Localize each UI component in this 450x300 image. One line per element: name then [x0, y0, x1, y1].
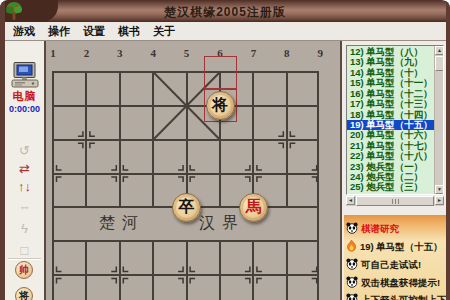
board-cell[interactable] — [119, 71, 152, 105]
panda-icon — [346, 293, 358, 300]
river-label-left: 楚河 — [99, 213, 145, 234]
board-cell[interactable] — [286, 71, 319, 105]
menu-settings[interactable]: 设置 — [83, 24, 105, 39]
column-label: 1 — [45, 47, 61, 59]
board-cell[interactable] — [52, 173, 85, 207]
info-line: 上下箭头可控制上下回合! — [346, 293, 446, 300]
move-list-item[interactable]: 13) 单马型（九） — [347, 57, 434, 67]
opening-list-box: 12) 单马型（八）13) 单马型（九）14) 单马型（十）15) 单马型（十一… — [346, 45, 444, 195]
board-cell[interactable] — [85, 274, 118, 300]
scroll-left-icon[interactable]: ◄ — [346, 196, 355, 205]
window-title: 楚汉棋缘2005注册版 — [0, 4, 450, 21]
board-cell[interactable] — [286, 240, 319, 274]
red-side-button[interactable]: 帅 — [15, 261, 33, 279]
panda-icon — [346, 258, 358, 272]
column-label: 9 — [312, 47, 328, 59]
board-cell[interactable] — [52, 71, 85, 105]
move-list-item[interactable]: 17) 单马型（十三） — [347, 99, 434, 109]
board-cell[interactable] — [152, 274, 185, 300]
info-line: 可自己走试试! — [346, 258, 421, 272]
rotate-icon[interactable]: ↺ — [5, 144, 44, 157]
move-list-item[interactable]: 22) 单马型（十八） — [347, 151, 434, 161]
board-cell[interactable] — [219, 274, 252, 300]
board-cell[interactable] — [286, 173, 319, 207]
horizontal-scrollbar[interactable]: ◄ ► — [346, 196, 444, 206]
piece-black-soldier[interactable]: 卒 — [172, 193, 201, 222]
board-cell[interactable] — [252, 105, 285, 139]
board-cell[interactable] — [286, 105, 319, 139]
board-cell[interactable] — [52, 105, 85, 139]
board-cell[interactable] — [186, 240, 219, 274]
board-cell[interactable] — [119, 240, 152, 274]
board-cell[interactable] — [219, 139, 252, 173]
menu-book[interactable]: 棋书 — [118, 24, 140, 39]
last-move-highlight — [204, 56, 237, 89]
move-list: 12) 单马型（八）13) 单马型（九）14) 单马型（十）15) 单马型（十一… — [347, 47, 434, 194]
info-line: 19) 单马型（十五） — [346, 240, 443, 254]
swap-sides-icon[interactable]: ⇄ — [5, 162, 44, 175]
board-cell[interactable] — [119, 105, 152, 139]
player-label: 电脑 — [5, 89, 44, 104]
board-icon[interactable]: □ — [5, 244, 44, 257]
board-cell[interactable] — [286, 274, 319, 300]
move-list-item[interactable]: 19) 单马型（十五） — [347, 120, 434, 130]
board-cell[interactable] — [186, 274, 219, 300]
quick-move-icon[interactable]: ϟ — [5, 222, 44, 235]
move-list-item[interactable]: 20) 单马型（十六） — [347, 130, 434, 140]
scroll-down-icon[interactable]: ▼ — [435, 185, 444, 194]
board-cell[interactable] — [252, 240, 285, 274]
scroll-thumb[interactable] — [435, 56, 444, 71]
board-cell[interactable] — [85, 105, 118, 139]
column-label: 4 — [145, 47, 161, 59]
board-cell[interactable] — [252, 71, 285, 105]
piece-black-general[interactable]: 将 — [206, 91, 235, 120]
board-cell[interactable] — [286, 206, 319, 240]
river-label-right: 汉界 — [199, 213, 245, 234]
piece-red-horse[interactable]: 馬 — [239, 193, 268, 222]
board-cell[interactable] — [119, 173, 152, 207]
board-cell[interactable] — [186, 139, 219, 173]
board-cell[interactable] — [152, 71, 185, 105]
study-info-panel: 棋谱研究19) 单马型（十五）可自己走试试!双击棋盘获得提示!上下箭头可控制上下… — [344, 215, 446, 300]
panda-icon — [346, 222, 358, 236]
move-list-item[interactable]: 21) 单马型（十七） — [347, 141, 434, 151]
black-side-button[interactable]: 将 — [15, 287, 33, 300]
game-timer: 0:00:00 — [5, 104, 44, 114]
vertical-scrollbar[interactable]: ▲ ▼ — [434, 46, 443, 194]
column-label: 2 — [78, 47, 94, 59]
board-cell[interactable] — [219, 240, 252, 274]
move-order-icon[interactable]: ↑↓ — [5, 180, 44, 193]
hint-icon[interactable]: ⇔ — [5, 200, 44, 213]
menu-about[interactable]: 关于 — [153, 24, 175, 39]
flame-icon — [346, 240, 357, 254]
info-text: 上下箭头可控制上下回合! — [361, 294, 446, 300]
app-window: 楚汉棋缘2005注册版 游戏 操作 设置 棋书 关于 电脑 0:00:00 ↺ … — [0, 0, 450, 300]
scroll-right-icon[interactable]: ► — [435, 196, 444, 205]
info-text: 19) 单马型（十五） — [360, 241, 443, 254]
toolbar-separator — [8, 258, 41, 260]
info-text: 双击棋盘获得提示! — [361, 277, 440, 290]
move-list-item[interactable]: 18) 单马型（十四） — [347, 110, 434, 120]
info-text: 棋谱研究 — [361, 223, 399, 236]
column-label: 8 — [279, 47, 295, 59]
board-cell[interactable] — [152, 139, 185, 173]
panda-icon — [346, 276, 358, 290]
board-cell[interactable] — [52, 139, 85, 173]
board-cell[interactable] — [85, 240, 118, 274]
title-bar[interactable]: 楚汉棋缘2005注册版 — [0, 0, 450, 22]
h-scroll-thumb[interactable] — [356, 196, 434, 206]
window-frame-right — [446, 0, 450, 300]
board-cell[interactable] — [52, 206, 85, 240]
move-list-item[interactable]: 23) 炮兵型（一） — [347, 162, 434, 172]
move-list-item[interactable]: 24) 炮兵型（二） — [347, 172, 434, 182]
move-list-item[interactable]: 25) 炮兵型（三） — [347, 182, 434, 192]
window-frame-left — [0, 0, 5, 300]
board-cell[interactable] — [152, 105, 185, 139]
board-cell[interactable] — [119, 274, 152, 300]
move-list-item[interactable]: 15) 单马型（十一） — [347, 78, 434, 88]
info-line: 棋谱研究 — [346, 222, 399, 236]
board-cell[interactable] — [85, 71, 118, 105]
board-cell[interactable] — [252, 139, 285, 173]
board-cell[interactable] — [85, 139, 118, 173]
column-label: 3 — [112, 47, 128, 59]
board-cell[interactable] — [52, 240, 85, 274]
scroll-up-icon[interactable]: ▲ — [435, 46, 444, 55]
board-cell[interactable] — [252, 274, 285, 300]
menu-action[interactable]: 操作 — [48, 24, 70, 39]
board-cell[interactable] — [52, 274, 85, 300]
board-cell[interactable] — [286, 139, 319, 173]
move-list-item[interactable]: 14) 单马型（十） — [347, 68, 434, 78]
board-grid — [52, 71, 319, 300]
column-label: 7 — [245, 47, 261, 59]
move-list-item[interactable]: 16) 单马型（十二） — [347, 89, 434, 99]
board-cell[interactable] — [119, 139, 152, 173]
menu-bar: 游戏 操作 设置 棋书 关于 — [0, 22, 450, 41]
menu-game[interactable]: 游戏 — [13, 24, 35, 39]
info-line: 双击棋盘获得提示! — [346, 276, 440, 290]
left-toolbar: 电脑 0:00:00 ↺ ⇄ ↑↓ ⇔ ϟ □ 帅 将 — [5, 41, 44, 300]
move-list-item[interactable]: 12) 单马型（八） — [347, 47, 434, 57]
xiangqi-board[interactable]: 123456789 楚河 汉界 将卒馬 — [44, 41, 342, 300]
board-cell[interactable] — [152, 240, 185, 274]
column-label: 5 — [179, 47, 195, 59]
board-cell[interactable] — [85, 173, 118, 207]
right-panel: 12) 单马型（八）13) 单马型（九）14) 单马型（十）15) 单马型（十一… — [344, 41, 446, 300]
info-text: 可自己走试试! — [361, 259, 421, 272]
